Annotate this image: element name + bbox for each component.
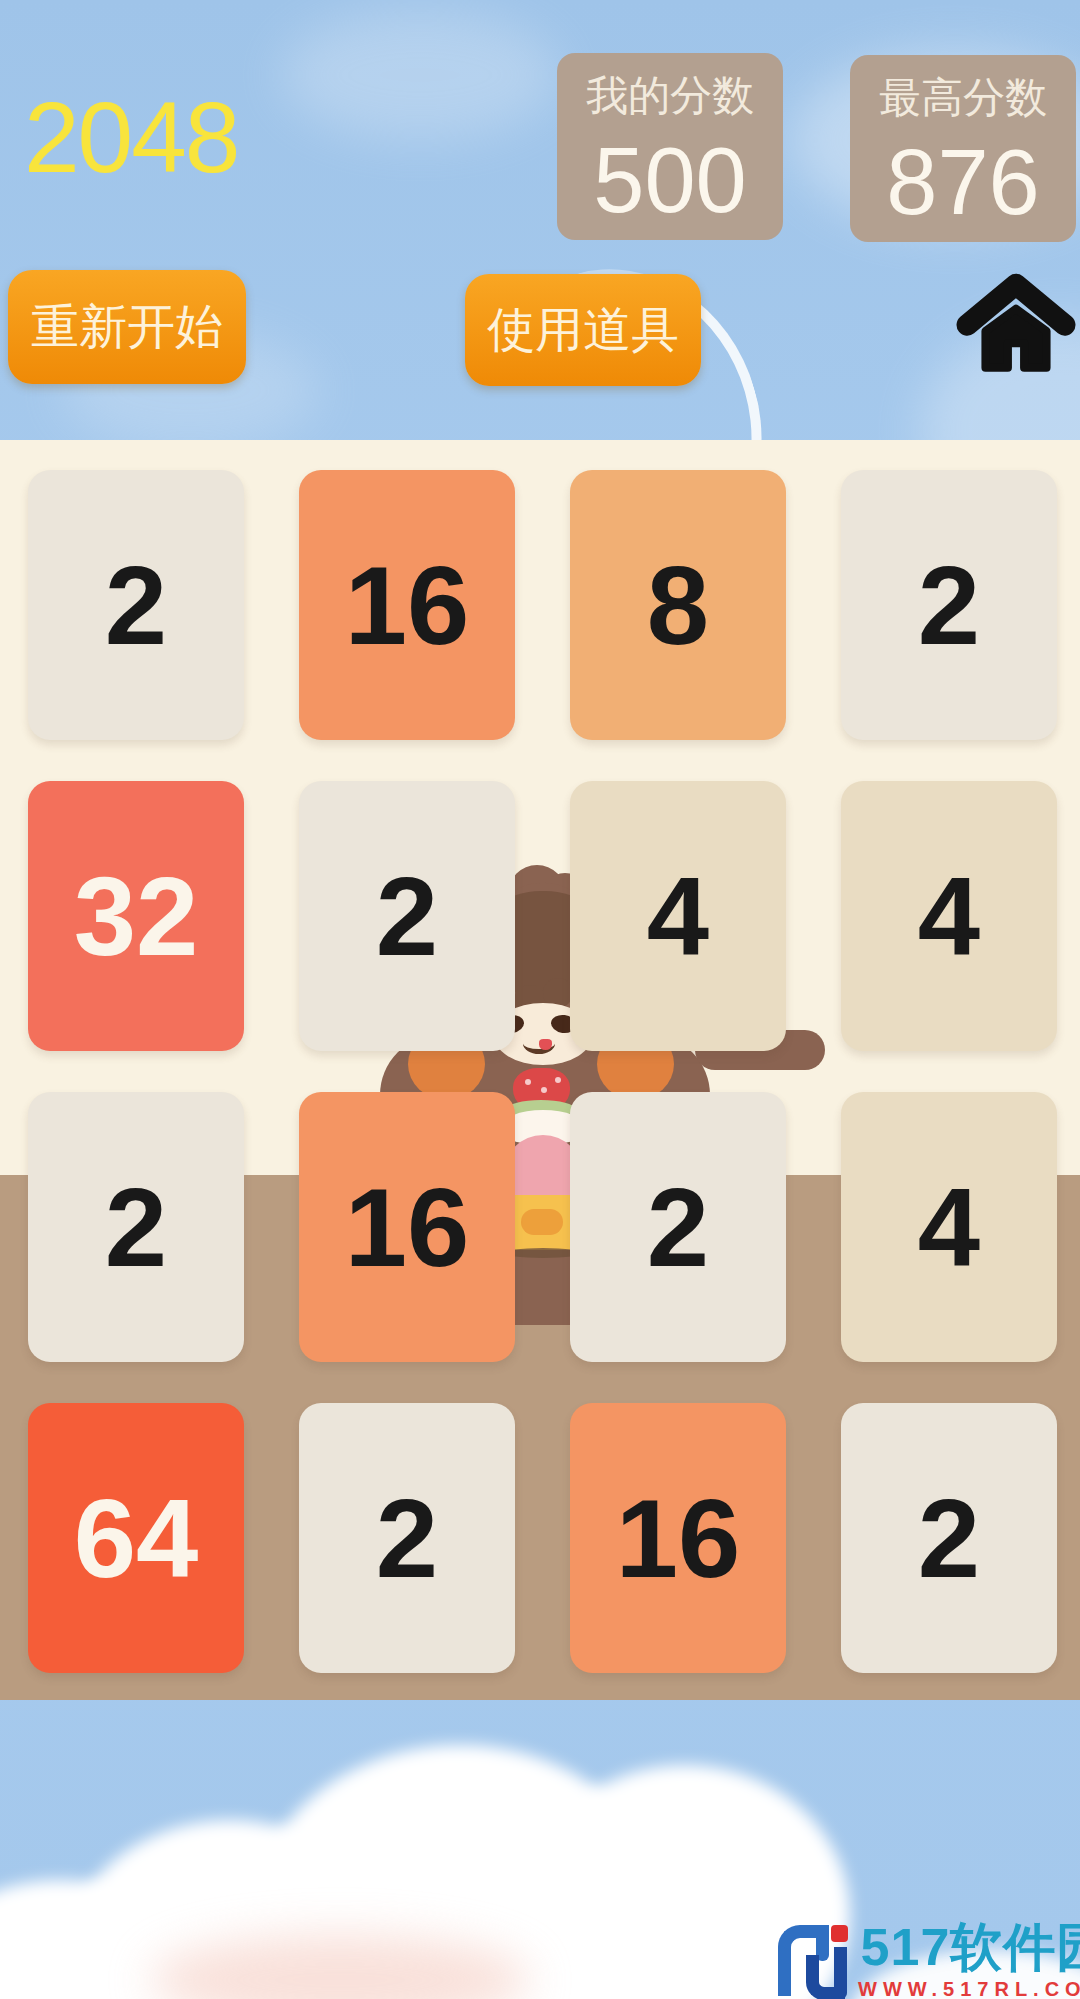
best-score-value: 876 [886,136,1040,228]
my-score-value: 500 [593,134,747,226]
tile-r3c1: 2 [28,1092,244,1362]
watermark-site-name: 517软件园 [861,1921,1080,1973]
tile-r1c4: 2 [841,470,1057,740]
my-score-box: 我的分数 500 [557,53,783,240]
tile-r3c2: 16 [299,1092,515,1362]
tile-r2c1: 32 [28,781,244,1051]
game-title: 2048 [24,80,238,195]
tile-r4c3: 16 [570,1403,786,1673]
517-logo [778,1925,850,1999]
tile-r1c1: 2 [28,470,244,740]
watermark-site-url: WWW.517RL.COM [858,1979,1080,1999]
tile-r3c3: 2 [570,1092,786,1362]
tile-r1c3: 8 [570,470,786,740]
board-grid[interactable]: 216823224421624642162 [0,440,1080,1700]
tile-r4c4: 2 [841,1403,1057,1673]
cloud [280,10,560,140]
tile-r2c2: 2 [299,781,515,1051]
use-props-button[interactable]: 使用道具 [465,274,701,386]
tile-r4c2: 2 [299,1403,515,1673]
game-screen: 2048 我的分数 500 最高分数 876 重新开始 使用道具 [0,0,1080,1999]
tile-r2c4: 4 [841,781,1057,1051]
best-score-label: 最高分数 [879,70,1047,126]
best-score-box: 最高分数 876 [850,55,1076,242]
restart-button[interactable]: 重新开始 [8,270,246,384]
tile-r1c2: 16 [299,470,515,740]
tile-r4c1: 64 [28,1403,244,1673]
my-score-label: 我的分数 [586,68,754,124]
tile-r2c3: 4 [570,781,786,1051]
site-watermark: 517软件园 WWW.517RL.COM [778,1922,1080,1999]
tile-r3c4: 4 [841,1092,1057,1362]
home-button[interactable] [952,268,1080,384]
home-icon [955,272,1077,381]
